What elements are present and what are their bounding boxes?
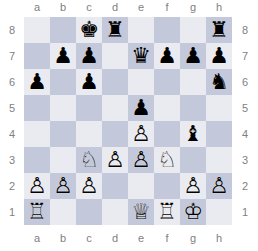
square-f2[interactable] [154, 173, 180, 199]
file-label-bottom-e: e [128, 225, 154, 251]
file-label-bottom-f: f [154, 225, 180, 251]
square-d8[interactable]: ♜ [102, 17, 128, 43]
black-pawn[interactable]: ♟ [24, 69, 50, 95]
square-c7[interactable]: ♟ [76, 43, 102, 69]
square-h1[interactable] [206, 199, 232, 225]
square-f3[interactable]: ♘ [154, 147, 180, 173]
white-knight[interactable]: ♘ [154, 147, 180, 173]
black-bishop[interactable]: ♝ [180, 121, 206, 147]
black-knight[interactable]: ♞ [206, 69, 232, 95]
white-pawn[interactable]: ♙ [128, 147, 154, 173]
square-a5[interactable] [24, 95, 50, 121]
chess-diagram: abcdefgh 87654321 ♚♜♜♟♟♛♟♟♟♟♟♞♟♙♝♘♙♙♘♙♙♙… [0, 0, 258, 251]
rank-label-left-8: 8 [0, 17, 24, 43]
square-g8[interactable] [180, 17, 206, 43]
rank-label-left-2: 2 [0, 173, 24, 199]
file-label-bottom-a: a [24, 225, 50, 251]
white-pawn[interactable]: ♙ [180, 173, 206, 199]
square-g5[interactable] [180, 95, 206, 121]
file-label-top-h: h [206, 0, 232, 17]
black-rook[interactable]: ♜ [206, 17, 232, 43]
white-pawn[interactable]: ♙ [50, 173, 76, 199]
white-pawn[interactable]: ♙ [128, 121, 154, 147]
square-c2[interactable]: ♙ [76, 173, 102, 199]
square-e6[interactable] [128, 69, 154, 95]
rank-labels-right: 87654321 [232, 17, 258, 225]
rank-label-right-6: 6 [232, 69, 258, 95]
rank-label-right-3: 3 [232, 147, 258, 173]
square-b1[interactable] [50, 199, 76, 225]
square-c8[interactable]: ♚ [76, 17, 102, 43]
square-a8[interactable] [24, 17, 50, 43]
square-b8[interactable] [50, 17, 76, 43]
square-h2[interactable]: ♙ [206, 173, 232, 199]
rank-label-left-3: 3 [0, 147, 24, 173]
white-queen[interactable]: ♕ [128, 199, 154, 225]
rank-label-right-5: 5 [232, 95, 258, 121]
square-c6[interactable]: ♟ [76, 69, 102, 95]
square-a7[interactable] [24, 43, 50, 69]
rank-labels-left: 87654321 [0, 17, 24, 225]
square-f4[interactable] [154, 121, 180, 147]
file-label-bottom-c: c [76, 225, 102, 251]
black-pawn[interactable]: ♟ [154, 43, 180, 69]
square-d2[interactable] [102, 173, 128, 199]
square-f7[interactable]: ♟ [154, 43, 180, 69]
black-pawn[interactable]: ♟ [206, 43, 232, 69]
square-d1[interactable] [102, 199, 128, 225]
rank-label-right-2: 2 [232, 173, 258, 199]
square-b2[interactable]: ♙ [50, 173, 76, 199]
rank-label-left-4: 4 [0, 121, 24, 147]
white-rook[interactable]: ♖ [154, 199, 180, 225]
file-label-top-e: e [128, 0, 154, 17]
black-pawn[interactable]: ♟ [50, 43, 76, 69]
square-h3[interactable] [206, 147, 232, 173]
square-f1[interactable]: ♖ [154, 199, 180, 225]
file-label-top-b: b [50, 0, 76, 17]
square-a6[interactable]: ♟ [24, 69, 50, 95]
square-f6[interactable] [154, 69, 180, 95]
square-e2[interactable] [128, 173, 154, 199]
file-label-top-d: d [102, 0, 128, 17]
white-rook[interactable]: ♖ [24, 199, 50, 225]
square-a3[interactable] [24, 147, 50, 173]
square-f8[interactable] [154, 17, 180, 43]
rank-label-right-8: 8 [232, 17, 258, 43]
rank-label-left-7: 7 [0, 43, 24, 69]
square-e1[interactable]: ♕ [128, 199, 154, 225]
square-a4[interactable] [24, 121, 50, 147]
square-e3[interactable]: ♙ [128, 147, 154, 173]
square-e7[interactable]: ♛ [128, 43, 154, 69]
square-b6[interactable] [50, 69, 76, 95]
file-label-top-f: f [154, 0, 180, 17]
square-h5[interactable] [206, 95, 232, 121]
file-label-top-g: g [180, 0, 206, 17]
rank-label-right-7: 7 [232, 43, 258, 69]
file-label-top-c: c [76, 0, 102, 17]
white-pawn[interactable]: ♙ [102, 147, 128, 173]
white-pawn[interactable]: ♙ [24, 173, 50, 199]
rank-label-left-6: 6 [0, 69, 24, 95]
square-g3[interactable] [180, 147, 206, 173]
square-d7[interactable] [102, 43, 128, 69]
rank-label-left-1: 1 [0, 199, 24, 225]
square-d5[interactable] [102, 95, 128, 121]
white-pawn[interactable]: ♙ [206, 173, 232, 199]
square-d3[interactable]: ♙ [102, 147, 128, 173]
square-d4[interactable] [102, 121, 128, 147]
square-c3[interactable]: ♘ [76, 147, 102, 173]
square-e5[interactable]: ♟ [128, 95, 154, 121]
square-h7[interactable]: ♟ [206, 43, 232, 69]
square-b5[interactable] [50, 95, 76, 121]
file-labels-bottom: abcdefgh [24, 225, 232, 251]
white-pawn[interactable]: ♙ [76, 173, 102, 199]
file-label-bottom-g: g [180, 225, 206, 251]
square-c1[interactable] [76, 199, 102, 225]
rank-label-right-4: 4 [232, 121, 258, 147]
rank-label-right-1: 1 [232, 199, 258, 225]
square-g2[interactable]: ♙ [180, 173, 206, 199]
square-g7[interactable]: ♟ [180, 43, 206, 69]
square-f5[interactable] [154, 95, 180, 121]
file-label-top-a: a [24, 0, 50, 17]
square-e4[interactable]: ♙ [128, 121, 154, 147]
square-a2[interactable]: ♙ [24, 173, 50, 199]
square-c5[interactable] [76, 95, 102, 121]
square-g4[interactable]: ♝ [180, 121, 206, 147]
square-b4[interactable] [50, 121, 76, 147]
square-d6[interactable] [102, 69, 128, 95]
square-h6[interactable]: ♞ [206, 69, 232, 95]
square-h4[interactable] [206, 121, 232, 147]
square-b3[interactable] [50, 147, 76, 173]
square-g6[interactable] [180, 69, 206, 95]
file-label-bottom-h: h [206, 225, 232, 251]
black-king[interactable]: ♚ [76, 17, 102, 43]
file-label-bottom-d: d [102, 225, 128, 251]
rank-label-left-5: 5 [0, 95, 24, 121]
chess-board: ♚♜♜♟♟♛♟♟♟♟♟♞♟♙♝♘♙♙♘♙♙♙♙♙♖♕♖♔ [24, 17, 232, 225]
black-pawn[interactable]: ♟ [180, 43, 206, 69]
black-rook[interactable]: ♜ [102, 17, 128, 43]
white-knight[interactable]: ♘ [76, 147, 102, 173]
square-b7[interactable]: ♟ [50, 43, 76, 69]
square-g1[interactable]: ♔ [180, 199, 206, 225]
square-a1[interactable]: ♖ [24, 199, 50, 225]
black-pawn[interactable]: ♟ [76, 69, 102, 95]
square-h8[interactable]: ♜ [206, 17, 232, 43]
square-e8[interactable] [128, 17, 154, 43]
file-labels-top: abcdefgh [24, 0, 232, 17]
white-king[interactable]: ♔ [180, 199, 206, 225]
square-c4[interactable] [76, 121, 102, 147]
black-queen[interactable]: ♛ [128, 43, 154, 69]
black-pawn[interactable]: ♟ [128, 95, 154, 121]
black-pawn[interactable]: ♟ [76, 43, 102, 69]
file-label-bottom-b: b [50, 225, 76, 251]
